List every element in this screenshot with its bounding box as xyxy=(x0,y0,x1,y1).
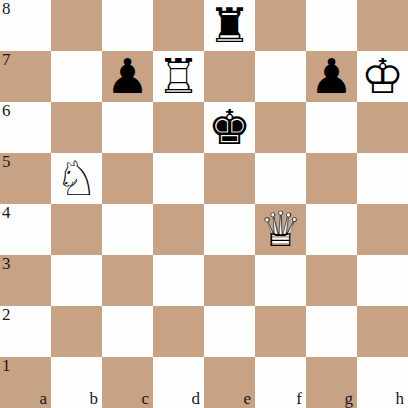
square-e3[interactable] xyxy=(204,255,255,306)
square-g2[interactable] xyxy=(306,306,357,357)
square-a1[interactable]: 1a xyxy=(0,357,51,408)
rank-label-1: 1 xyxy=(2,356,11,375)
square-e6[interactable]: ♚ xyxy=(204,102,255,153)
square-c1[interactable]: c xyxy=(102,357,153,408)
square-c6[interactable] xyxy=(102,102,153,153)
square-d4[interactable] xyxy=(153,204,204,255)
square-d1[interactable]: d xyxy=(153,357,204,408)
black-rook[interactable]: ♜ xyxy=(204,0,255,51)
square-g1[interactable]: g xyxy=(306,357,357,408)
square-h3[interactable] xyxy=(357,255,408,306)
square-c8[interactable] xyxy=(102,0,153,51)
black-king[interactable]: ♚ xyxy=(204,102,255,153)
square-f3[interactable] xyxy=(255,255,306,306)
white-queen[interactable]: ♛♕ xyxy=(255,204,306,255)
piece-outline: ♖ xyxy=(153,51,204,102)
square-d6[interactable] xyxy=(153,102,204,153)
file-label-g: g xyxy=(345,390,354,408)
square-d7[interactable]: ♜♖ xyxy=(153,51,204,102)
square-g5[interactable] xyxy=(306,153,357,204)
square-e2[interactable] xyxy=(204,306,255,357)
white-rook[interactable]: ♜♖ xyxy=(153,51,204,102)
black-pawn[interactable]: ♟ xyxy=(306,51,357,102)
square-d3[interactable] xyxy=(153,255,204,306)
square-h2[interactable] xyxy=(357,306,408,357)
square-d8[interactable] xyxy=(153,0,204,51)
file-label-f: f xyxy=(296,390,302,408)
chess-board: 8♜7♟♜♖♟♚♔6♚5♞♘4♛♕321abcdefgh xyxy=(0,0,408,408)
piece-outline: ♔ xyxy=(357,51,408,102)
file-label-e: e xyxy=(243,390,251,408)
piece-outline: ♕ xyxy=(255,204,306,255)
square-g7[interactable]: ♟ xyxy=(306,51,357,102)
square-g6[interactable] xyxy=(306,102,357,153)
square-b3[interactable] xyxy=(51,255,102,306)
square-b4[interactable] xyxy=(51,204,102,255)
white-king[interactable]: ♚♔ xyxy=(357,51,408,102)
rank-label-5: 5 xyxy=(2,152,11,171)
square-f6[interactable] xyxy=(255,102,306,153)
file-label-d: d xyxy=(192,390,201,408)
rank-label-2: 2 xyxy=(2,305,11,324)
piece-outline: ♘ xyxy=(51,153,102,204)
file-label-b: b xyxy=(90,390,99,408)
file-label-h: h xyxy=(396,390,405,408)
square-c7[interactable]: ♟ xyxy=(102,51,153,102)
square-e1[interactable]: e xyxy=(204,357,255,408)
rank-label-7: 7 xyxy=(2,50,11,69)
rank-label-6: 6 xyxy=(2,101,11,120)
square-b2[interactable] xyxy=(51,306,102,357)
square-h5[interactable] xyxy=(357,153,408,204)
square-c5[interactable] xyxy=(102,153,153,204)
square-e8[interactable]: ♜ xyxy=(204,0,255,51)
square-b8[interactable] xyxy=(51,0,102,51)
rank-label-3: 3 xyxy=(2,254,11,273)
square-f4[interactable]: ♛♕ xyxy=(255,204,306,255)
square-b1[interactable]: b xyxy=(51,357,102,408)
square-a5[interactable]: 5 xyxy=(0,153,51,204)
rank-label-8: 8 xyxy=(2,0,11,18)
square-f1[interactable]: f xyxy=(255,357,306,408)
square-d5[interactable] xyxy=(153,153,204,204)
square-e7[interactable] xyxy=(204,51,255,102)
square-e5[interactable] xyxy=(204,153,255,204)
square-g8[interactable] xyxy=(306,0,357,51)
white-knight[interactable]: ♞♘ xyxy=(51,153,102,204)
square-b7[interactable] xyxy=(51,51,102,102)
square-a6[interactable]: 6 xyxy=(0,102,51,153)
square-h6[interactable] xyxy=(357,102,408,153)
black-pawn[interactable]: ♟ xyxy=(102,51,153,102)
square-f2[interactable] xyxy=(255,306,306,357)
square-e4[interactable] xyxy=(204,204,255,255)
square-a2[interactable]: 2 xyxy=(0,306,51,357)
square-a7[interactable]: 7 xyxy=(0,51,51,102)
file-label-a: a xyxy=(39,390,47,408)
square-h4[interactable] xyxy=(357,204,408,255)
square-g3[interactable] xyxy=(306,255,357,306)
square-f5[interactable] xyxy=(255,153,306,204)
square-h8[interactable] xyxy=(357,0,408,51)
square-c4[interactable] xyxy=(102,204,153,255)
square-b6[interactable] xyxy=(51,102,102,153)
square-c3[interactable] xyxy=(102,255,153,306)
square-a4[interactable]: 4 xyxy=(0,204,51,255)
square-b5[interactable]: ♞♘ xyxy=(51,153,102,204)
rank-label-4: 4 xyxy=(2,203,11,222)
square-f7[interactable] xyxy=(255,51,306,102)
square-d2[interactable] xyxy=(153,306,204,357)
square-c2[interactable] xyxy=(102,306,153,357)
square-a3[interactable]: 3 xyxy=(0,255,51,306)
square-h7[interactable]: ♚♔ xyxy=(357,51,408,102)
square-a8[interactable]: 8 xyxy=(0,0,51,51)
square-g4[interactable] xyxy=(306,204,357,255)
square-f8[interactable] xyxy=(255,0,306,51)
file-label-c: c xyxy=(141,390,149,408)
square-h1[interactable]: h xyxy=(357,357,408,408)
